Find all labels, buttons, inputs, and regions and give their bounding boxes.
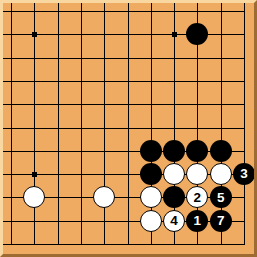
- black-stone: [140, 140, 162, 162]
- white-stone: [163, 163, 185, 185]
- black-stone: 7: [210, 210, 232, 232]
- black-stone: [186, 23, 208, 45]
- move-number-label: 1: [194, 214, 202, 228]
- black-stone: [163, 140, 185, 162]
- white-stone: [140, 186, 162, 208]
- black-stone: [163, 186, 185, 208]
- move-number-label: 4: [170, 214, 178, 228]
- black-stone: [140, 163, 162, 185]
- white-stone: [210, 163, 232, 185]
- black-stone: [186, 140, 208, 162]
- white-stone: [23, 186, 45, 208]
- white-stone: [186, 163, 208, 185]
- star-point-marker: [172, 32, 177, 37]
- black-stone: [210, 140, 232, 162]
- black-stone: 3: [233, 163, 255, 185]
- white-stone: [93, 186, 115, 208]
- board-grid: 325417: [0, 0, 256, 256]
- black-stone: 5: [210, 186, 232, 208]
- star-point-marker: [32, 172, 37, 177]
- star-point-marker: [32, 32, 37, 37]
- white-stone: [140, 210, 162, 232]
- move-number-label: 5: [217, 191, 225, 205]
- white-stone: 4: [163, 210, 185, 232]
- move-number-label: 7: [217, 214, 225, 228]
- move-number-label: 2: [194, 191, 202, 205]
- move-number-label: 3: [240, 167, 248, 181]
- white-stone: 2: [186, 186, 208, 208]
- go-board-diagram: 325417: [0, 0, 257, 257]
- black-stone: 1: [186, 210, 208, 232]
